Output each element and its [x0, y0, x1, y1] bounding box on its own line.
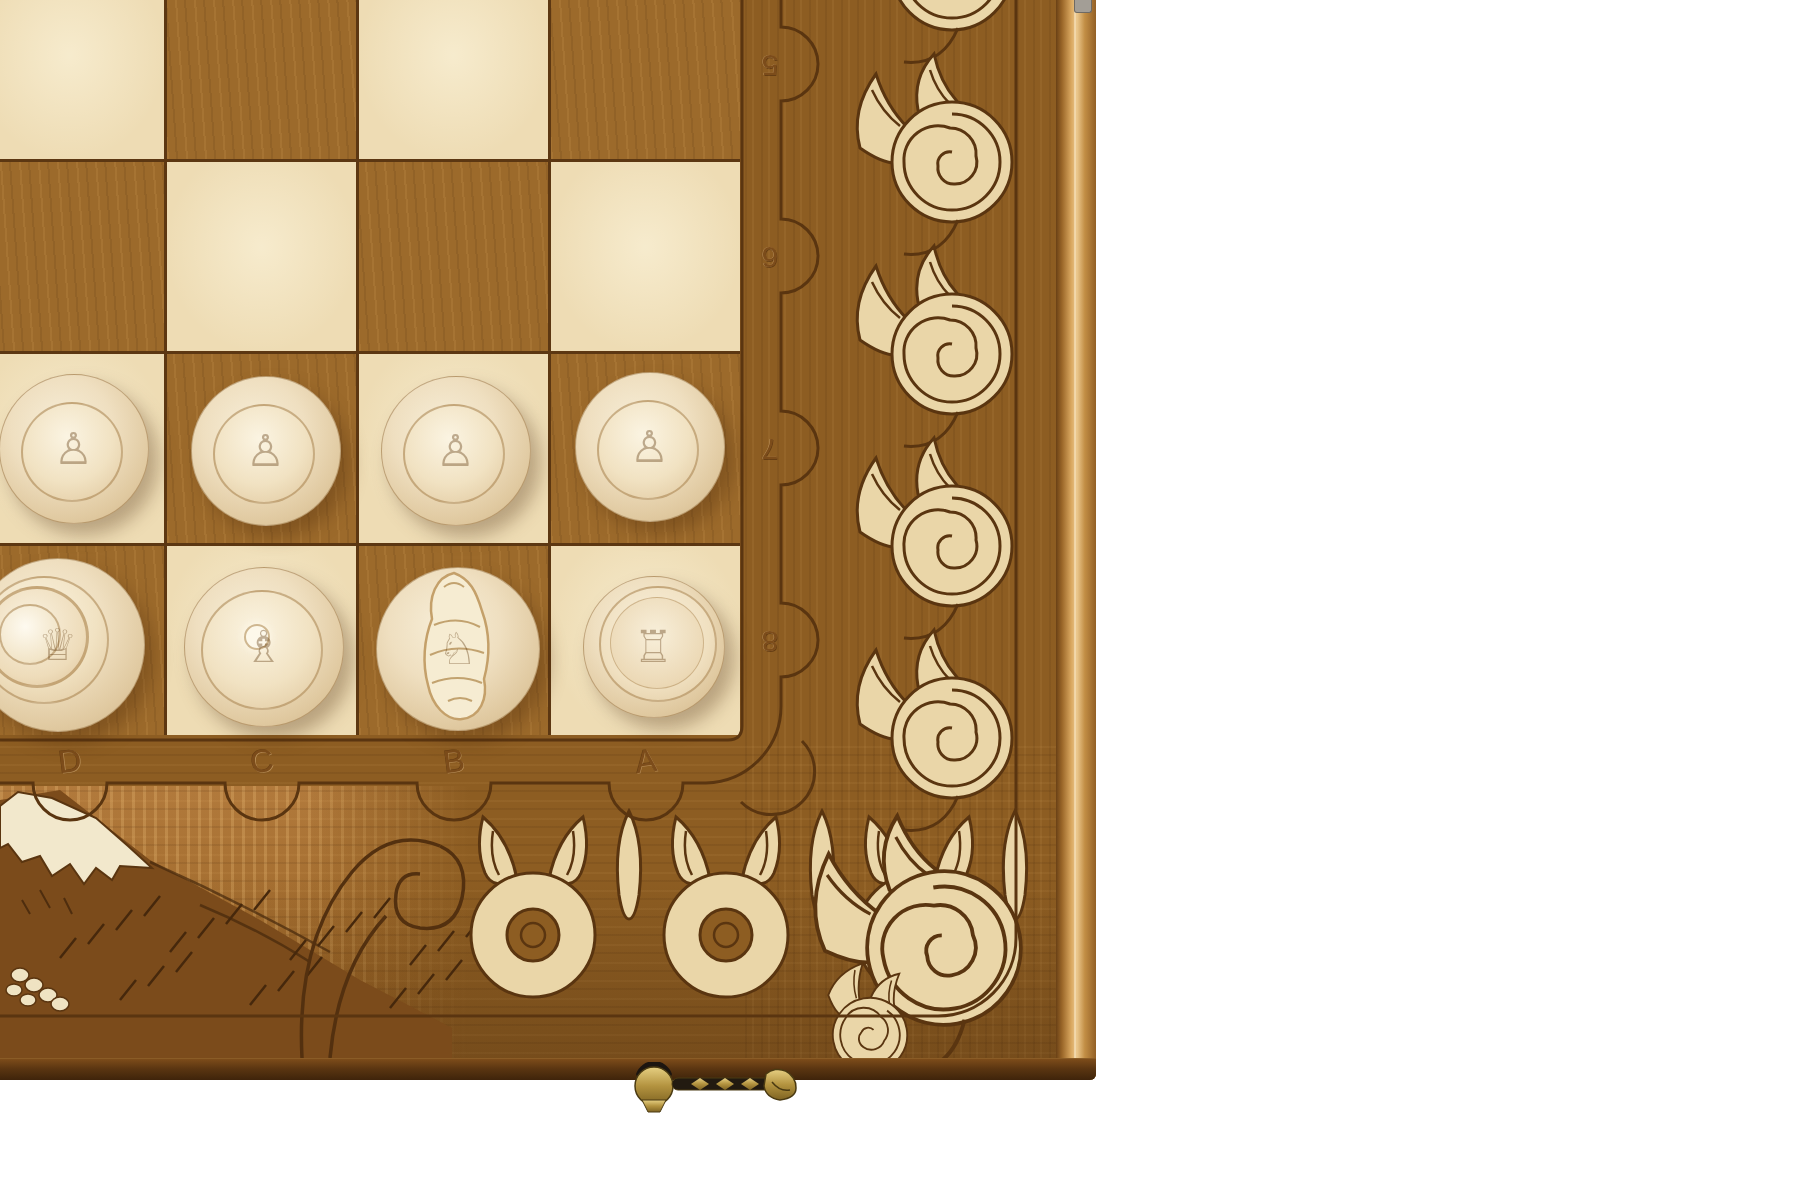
bishop-glyph-icon: ♗: [184, 567, 344, 727]
piece-white-pawn-d7[interactable]: ♙: [0, 374, 149, 524]
piece-white-bishop-c8[interactable]: ♗: [184, 567, 344, 727]
piece-white-pawn-c7[interactable]: ♙: [191, 376, 341, 526]
pawn-glyph-icon: ♙: [191, 376, 341, 526]
pawn-glyph-icon: ♙: [0, 374, 149, 524]
piece-white-pawn-b7[interactable]: ♙: [381, 376, 531, 526]
pawn-glyph-icon: ♙: [575, 372, 725, 522]
piece-white-knight-b8[interactable]: ♘: [376, 567, 540, 731]
queen-glyph-icon: ♕: [0, 558, 145, 732]
piece-white-pawn-a7[interactable]: ♙: [575, 372, 725, 522]
knight-glyph-icon: ♘: [376, 567, 540, 731]
pawn-glyph-icon: ♙: [381, 376, 531, 526]
clasp-latch: [628, 1062, 808, 1118]
pieces-layer: ♕♗♘♖♙♙♙♙: [0, 0, 1096, 1080]
photo-canvas: DCBA5678 ♕♗♘♖♙♙♙♙: [0, 0, 1800, 1200]
piece-white-queen-d8[interactable]: ♕: [0, 558, 145, 732]
rook-glyph-icon: ♖: [583, 576, 725, 718]
chess-box: DCBA5678 ♕♗♘♖♙♙♙♙: [0, 0, 1096, 1080]
piece-white-rook-a8[interactable]: ♖: [583, 576, 725, 718]
